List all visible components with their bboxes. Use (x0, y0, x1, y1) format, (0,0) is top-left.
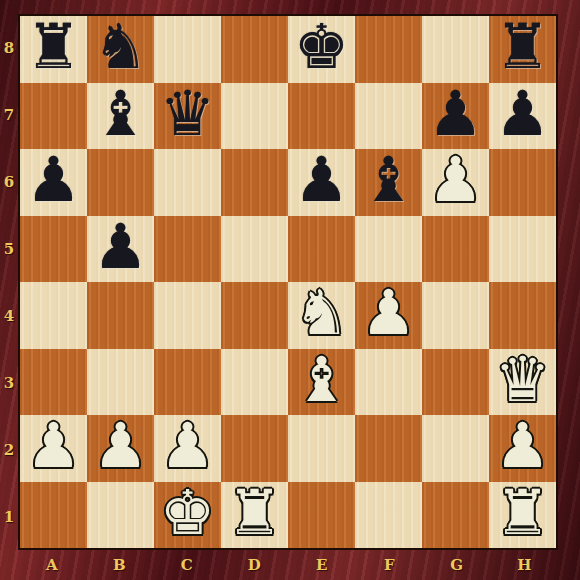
square-h3[interactable]: ♛ (489, 349, 556, 416)
rank-label-1: 1 (0, 483, 18, 550)
file-labels: ABCDEFGH (18, 550, 558, 580)
file-label-b: B (86, 550, 154, 580)
square-b3[interactable] (87, 349, 154, 416)
square-f8[interactable] (355, 16, 422, 83)
piece-black-pawn-h7[interactable]: ♟ (495, 83, 551, 145)
file-label-a: A (18, 550, 86, 580)
square-g4[interactable] (422, 282, 489, 349)
piece-white-pawn-c2[interactable]: ♟ (160, 415, 216, 477)
square-e6[interactable]: ♟ (288, 149, 355, 216)
square-f5[interactable] (355, 216, 422, 283)
square-a4[interactable] (20, 282, 87, 349)
square-h5[interactable] (489, 216, 556, 283)
rank-label-2: 2 (0, 416, 18, 483)
square-c3[interactable] (154, 349, 221, 416)
square-h6[interactable] (489, 149, 556, 216)
square-f2[interactable] (355, 415, 422, 482)
square-e3[interactable]: ♝ (288, 349, 355, 416)
square-c1[interactable]: ♚ (154, 482, 221, 549)
square-f3[interactable] (355, 349, 422, 416)
square-c7[interactable]: ♛ (154, 83, 221, 150)
square-d8[interactable] (221, 16, 288, 83)
square-d3[interactable] (221, 349, 288, 416)
square-b6[interactable] (87, 149, 154, 216)
square-a1[interactable] (20, 482, 87, 549)
square-c5[interactable] (154, 216, 221, 283)
piece-white-pawn-a2[interactable]: ♟ (26, 415, 82, 477)
file-label-d: D (221, 550, 289, 580)
square-b2[interactable]: ♟ (87, 415, 154, 482)
piece-white-rook-d1[interactable]: ♜ (227, 482, 283, 544)
square-a5[interactable] (20, 216, 87, 283)
piece-black-pawn-e6[interactable]: ♟ (294, 149, 350, 211)
square-g3[interactable] (422, 349, 489, 416)
square-h2[interactable]: ♟ (489, 415, 556, 482)
rank-label-8: 8 (0, 14, 18, 81)
piece-black-bishop-b7[interactable]: ♝ (93, 83, 149, 145)
square-d6[interactable] (221, 149, 288, 216)
piece-white-rook-h1[interactable]: ♜ (495, 482, 551, 544)
square-f6[interactable]: ♝ (355, 149, 422, 216)
piece-black-pawn-a6[interactable]: ♟ (26, 149, 82, 211)
square-c4[interactable] (154, 282, 221, 349)
rank-label-6: 6 (0, 148, 18, 215)
square-d2[interactable] (221, 415, 288, 482)
piece-black-rook-a8[interactable]: ♜ (26, 16, 82, 78)
square-a6[interactable]: ♟ (20, 149, 87, 216)
square-a3[interactable] (20, 349, 87, 416)
file-label-c: C (153, 550, 221, 580)
square-d1[interactable]: ♜ (221, 482, 288, 549)
piece-black-knight-b8[interactable]: ♞ (93, 16, 149, 78)
square-e2[interactable] (288, 415, 355, 482)
square-c2[interactable]: ♟ (154, 415, 221, 482)
rank-label-7: 7 (0, 81, 18, 148)
board-frame: 87654321 ABCDEFGH ♜♞♚♜♝♛♟♟♟♟♝♟♟♞♟♝♛♟♟♟♟♚… (0, 0, 580, 580)
piece-white-bishop-e3[interactable]: ♝ (294, 349, 350, 411)
square-c6[interactable] (154, 149, 221, 216)
file-label-h: H (491, 550, 559, 580)
square-b8[interactable]: ♞ (87, 16, 154, 83)
piece-white-queen-h3[interactable]: ♛ (495, 349, 551, 411)
rank-label-3: 3 (0, 349, 18, 416)
piece-black-pawn-b5[interactable]: ♟ (93, 216, 149, 278)
piece-white-pawn-f4[interactable]: ♟ (361, 282, 417, 344)
square-h1[interactable]: ♜ (489, 482, 556, 549)
piece-white-pawn-h2[interactable]: ♟ (495, 415, 551, 477)
square-g7[interactable]: ♟ (422, 83, 489, 150)
file-label-g: G (423, 550, 491, 580)
piece-white-pawn-g6[interactable]: ♟ (428, 149, 484, 211)
piece-white-king-c1[interactable]: ♚ (160, 482, 216, 544)
square-d5[interactable] (221, 216, 288, 283)
square-h7[interactable]: ♟ (489, 83, 556, 150)
square-g5[interactable] (422, 216, 489, 283)
file-label-f: F (356, 550, 424, 580)
square-a8[interactable]: ♜ (20, 16, 87, 83)
piece-black-pawn-g7[interactable]: ♟ (428, 83, 484, 145)
square-a7[interactable] (20, 83, 87, 150)
square-a2[interactable]: ♟ (20, 415, 87, 482)
piece-black-queen-c7[interactable]: ♛ (160, 83, 216, 145)
piece-white-knight-e4[interactable]: ♞ (294, 282, 350, 344)
file-label-e: E (288, 550, 356, 580)
square-c8[interactable] (154, 16, 221, 83)
piece-black-bishop-f6[interactable]: ♝ (361, 149, 417, 211)
square-h4[interactable] (489, 282, 556, 349)
chess-board: ♜♞♚♜♝♛♟♟♟♟♝♟♟♞♟♝♛♟♟♟♟♚♜♜ (18, 14, 558, 550)
square-b4[interactable] (87, 282, 154, 349)
square-f1[interactable] (355, 482, 422, 549)
square-e7[interactable] (288, 83, 355, 150)
square-g6[interactable]: ♟ (422, 149, 489, 216)
square-e5[interactable] (288, 216, 355, 283)
square-b5[interactable]: ♟ (87, 216, 154, 283)
rank-label-5: 5 (0, 215, 18, 282)
square-d7[interactable] (221, 83, 288, 150)
square-b1[interactable] (87, 482, 154, 549)
piece-black-rook-h8[interactable]: ♜ (495, 16, 551, 78)
piece-white-pawn-b2[interactable]: ♟ (93, 415, 149, 477)
square-d4[interactable] (221, 282, 288, 349)
square-h8[interactable]: ♜ (489, 16, 556, 83)
square-g8[interactable] (422, 16, 489, 83)
square-f4[interactable]: ♟ (355, 282, 422, 349)
rank-labels: 87654321 (0, 14, 18, 550)
square-f7[interactable] (355, 83, 422, 150)
piece-black-king-e8[interactable]: ♚ (294, 16, 350, 78)
square-e1[interactable] (288, 482, 355, 549)
square-g1[interactable] (422, 482, 489, 549)
square-b7[interactable]: ♝ (87, 83, 154, 150)
rank-label-4: 4 (0, 282, 18, 349)
square-e8[interactable]: ♚ (288, 16, 355, 83)
square-e4[interactable]: ♞ (288, 282, 355, 349)
square-g2[interactable] (422, 415, 489, 482)
